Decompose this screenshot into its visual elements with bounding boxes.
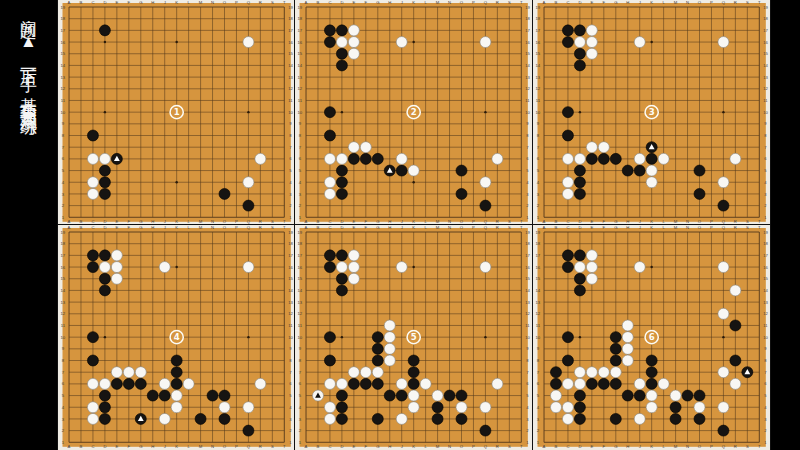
coordinate-label: E <box>590 444 593 449</box>
black-stone-H5 <box>147 390 158 401</box>
coordinate-label: 17 <box>60 28 65 33</box>
coordinate-label: P <box>710 225 713 230</box>
coordinate-label: R <box>259 444 262 449</box>
white-stone-L6 <box>183 379 194 390</box>
coordinate-label: 15 <box>763 51 768 56</box>
coordinate-label: 18 <box>763 242 768 247</box>
black-stone-C17 <box>325 250 336 261</box>
black-stone-J5 <box>397 165 408 176</box>
coordinate-label: 19 <box>526 5 531 10</box>
black-stone-D3 <box>99 188 110 199</box>
white-stone-D16 <box>337 37 348 48</box>
coordinate-label: 6 <box>527 382 530 387</box>
white-stone-J6 <box>397 379 408 390</box>
coordinate-label: 18 <box>535 16 540 21</box>
white-stone-J6 <box>397 153 408 164</box>
coordinate-label: M <box>673 0 677 5</box>
coordinate-label: 6 <box>289 382 292 387</box>
coordinate-label: 8 <box>764 133 767 138</box>
coordinate-label: H <box>626 0 629 5</box>
white-stone-D16 <box>574 262 585 273</box>
black-stone-O3 <box>456 414 467 425</box>
coordinate-label: M <box>199 0 203 5</box>
coordinate-label: R <box>259 225 262 230</box>
coordinate-label: H <box>389 0 392 5</box>
coordinate-label: 1 <box>527 215 530 220</box>
coordinate-label: 14 <box>763 288 768 293</box>
white-stone-C4 <box>325 177 336 188</box>
white-stone-Q16 <box>718 262 729 273</box>
coordinate-label: M <box>436 0 440 5</box>
white-stone-E17 <box>111 250 122 261</box>
black-stone-D14 <box>337 60 348 71</box>
coordinate-label: 7 <box>764 145 767 150</box>
svg-text:3: 3 <box>648 107 654 117</box>
black-stone-H5 <box>622 165 633 176</box>
white-stone-C6 <box>325 153 336 164</box>
coordinate-label: N <box>686 225 689 230</box>
coordinate-label: C <box>566 219 569 224</box>
coordinate-label: 8 <box>289 358 292 363</box>
white-stone-E17 <box>349 250 360 261</box>
coordinate-label: 15 <box>60 277 65 282</box>
coordinate-label: E <box>353 0 356 5</box>
white-stone-C4 <box>562 402 573 413</box>
white-stone-K4 <box>408 402 419 413</box>
black-stone-G10 <box>373 332 384 343</box>
black-stone-D3 <box>337 414 348 425</box>
coordinate-label: 1 <box>764 215 767 220</box>
coordinate-label: A <box>542 444 545 449</box>
coordinate-label: A <box>542 0 545 5</box>
board-number-marker: 5 <box>407 331 420 344</box>
coordinate-label: 4 <box>764 180 767 185</box>
coordinate-label: 19 <box>526 230 531 235</box>
coordinate-label: 4 <box>527 180 530 185</box>
white-stone-D16 <box>574 37 585 48</box>
coordinate-label: M <box>199 219 203 224</box>
coordinate-label: 12 <box>763 86 768 91</box>
white-stone-J3 <box>634 414 645 425</box>
coordinate-label: 9 <box>764 121 767 126</box>
black-stone-F6 <box>361 153 372 164</box>
go-board-5: AA1919BB1818CC1717DD1616EE1515FF1414GG13… <box>295 225 532 450</box>
coordinate-label: C <box>329 225 332 230</box>
coordinate-label: S <box>271 225 274 230</box>
coordinate-label: C <box>91 0 94 5</box>
black-stone-C8 <box>325 130 336 141</box>
coordinate-label: 10 <box>763 110 768 115</box>
black-stone-C10 <box>325 107 336 118</box>
coordinate-label: 19 <box>298 230 303 235</box>
coordinate-label: M <box>436 219 440 224</box>
coordinate-label: R <box>496 225 499 230</box>
black-stone-D17 <box>337 25 348 36</box>
coordinate-label: 17 <box>763 28 768 33</box>
white-stone-H11 <box>622 320 633 331</box>
coordinate-label: R <box>496 444 499 449</box>
coordinate-label: 10 <box>526 335 531 340</box>
coordinate-label: 15 <box>535 51 540 56</box>
coordinate-label: P <box>472 0 475 5</box>
black-stone-D3 <box>337 188 348 199</box>
coordinate-label: R <box>734 219 737 224</box>
coordinate-label: 15 <box>298 277 303 282</box>
coordinate-label: 18 <box>288 16 293 21</box>
white-stone-J6 <box>634 379 645 390</box>
coordinate-label: 14 <box>298 63 303 68</box>
board-number-marker: 1 <box>170 106 183 119</box>
coordinate-label: 17 <box>763 253 768 258</box>
black-stone-F6 <box>123 379 134 390</box>
coordinate-label: D <box>341 225 344 230</box>
coordinate-label: R <box>734 225 737 230</box>
coordinate-label: 3 <box>289 192 292 197</box>
coordinate-label: T <box>520 219 523 224</box>
go-board-3: AA1919BB1818CC1717DD1616EE1515FF1414GG13… <box>533 0 770 225</box>
coordinate-label: 14 <box>60 63 65 68</box>
coordinate-label: F <box>602 225 605 230</box>
coordinate-label: 9 <box>289 347 292 352</box>
black-stone-C8 <box>325 355 336 366</box>
coordinate-label: 13 <box>526 75 531 80</box>
coordinate-label: 18 <box>60 16 65 21</box>
coordinate-label: 8 <box>527 133 530 138</box>
coordinate-label: S <box>508 225 511 230</box>
white-stone-Q4 <box>480 177 491 188</box>
coordinate-label: H <box>389 219 392 224</box>
coordinate-label: 11 <box>535 98 540 103</box>
coordinate-label: G <box>376 219 379 224</box>
coordinate-label: N <box>448 0 451 5</box>
black-stone-O5 <box>219 390 230 401</box>
black-stone-B7 <box>550 367 561 378</box>
coordinate-label: 18 <box>526 16 531 21</box>
black-stone-K8 <box>171 355 182 366</box>
black-stone-E6 <box>586 379 597 390</box>
coordinate-label: 18 <box>288 242 293 247</box>
coordinate-label: J <box>164 219 166 224</box>
coordinate-label: M <box>436 444 440 449</box>
coordinate-label: 6 <box>764 382 767 387</box>
black-stone-O5 <box>456 165 467 176</box>
coordinate-label: F <box>128 225 131 230</box>
coordinate-label: 11 <box>298 98 303 103</box>
black-stone-Q2 <box>480 425 491 436</box>
coordinate-label: 19 <box>763 230 768 235</box>
coordinate-label: 10 <box>298 335 303 340</box>
black-stone-C17 <box>562 25 573 36</box>
white-stone-Q4 <box>243 402 254 413</box>
coordinate-label: S <box>746 225 749 230</box>
coordinate-label: P <box>472 444 475 449</box>
coordinate-label: 2 <box>527 203 530 208</box>
coordinate-label: 12 <box>60 312 65 317</box>
coordinate-label: 14 <box>535 63 540 68</box>
coordinate-label: G <box>376 444 379 449</box>
coordinate-label: M <box>673 225 677 230</box>
black-stone-K8 <box>646 355 657 366</box>
problem-title-line1: 问题：▲后下一手 <box>19 6 38 66</box>
white-stone-D7 <box>574 367 585 378</box>
coordinate-label: 11 <box>288 323 293 328</box>
coordinate-label: T <box>283 0 286 5</box>
go-board-diagram-6: AA1919BB1818CC1717DD1616EE1515FF1414GG13… <box>533 225 770 450</box>
white-stone-B4 <box>550 402 561 413</box>
black-stone-N5 <box>207 390 218 401</box>
coordinate-label: 17 <box>288 253 293 258</box>
white-stone-R6 <box>492 379 503 390</box>
coordinate-label: S <box>746 0 749 5</box>
coordinate-label: F <box>602 444 605 449</box>
white-stone-B5 <box>313 390 324 401</box>
coordinate-label: 5 <box>289 393 292 398</box>
black-stone-S7 <box>741 367 752 378</box>
coordinate-label: R <box>734 0 737 5</box>
coordinate-label: 14 <box>763 63 768 68</box>
black-stone-D5 <box>574 390 585 401</box>
white-stone-Q4 <box>480 402 491 413</box>
coordinate-label: P <box>472 219 475 224</box>
black-stone-C16 <box>562 37 573 48</box>
coordinate-label: 15 <box>763 277 768 282</box>
black-stone-G9 <box>373 344 384 355</box>
coordinate-label: 13 <box>535 75 540 80</box>
white-stone-C4 <box>562 177 573 188</box>
coordinate-label: B <box>317 444 320 449</box>
coordinate-label: 10 <box>288 335 293 340</box>
coordinate-label: 5 <box>764 393 767 398</box>
coordinate-label: B <box>554 444 557 449</box>
coordinate-label: 18 <box>298 16 303 21</box>
coordinate-label: B <box>554 219 557 224</box>
white-stone-F7 <box>598 142 609 153</box>
coordinate-label: F <box>365 219 368 224</box>
coordinate-label: J <box>164 225 166 230</box>
coordinate-label: E <box>115 225 118 230</box>
coordinate-label: 12 <box>535 312 540 317</box>
black-stone-K6 <box>646 153 657 164</box>
black-stone-D4 <box>99 177 110 188</box>
coordinate-label: 14 <box>288 63 293 68</box>
white-stone-L6 <box>420 379 431 390</box>
coordinate-label: 1 <box>764 440 767 445</box>
coordinate-label: J <box>401 225 403 230</box>
coordinate-label: G <box>376 0 379 5</box>
coordinate-label: 13 <box>526 300 531 305</box>
black-stone-O5 <box>694 165 705 176</box>
white-stone-Q4 <box>718 402 729 413</box>
black-stone-K7 <box>646 142 657 153</box>
black-stone-G6 <box>610 379 621 390</box>
black-stone-C10 <box>562 107 573 118</box>
black-stone-H5 <box>385 390 396 401</box>
black-stone-G3 <box>610 414 621 425</box>
go-board-2: AA1919BB1818CC1717DD1616EE1515FF1414GG13… <box>295 0 532 225</box>
white-stone-E7 <box>349 367 360 378</box>
black-stone-O3 <box>694 188 705 199</box>
coordinate-label: T <box>758 225 761 230</box>
black-stone-D5 <box>574 165 585 176</box>
coordinate-label: 8 <box>527 358 530 363</box>
coordinate-label: 2 <box>764 203 767 208</box>
coordinate-label: 18 <box>298 242 303 247</box>
white-stone-K4 <box>646 402 657 413</box>
coordinate-label: 17 <box>298 253 303 258</box>
black-stone-G6 <box>373 153 384 164</box>
coordinate-label: K <box>175 225 178 230</box>
black-stone-G6 <box>373 379 384 390</box>
black-stone-C8 <box>87 355 98 366</box>
coordinate-label: 9 <box>527 347 530 352</box>
coordinate-label: 12 <box>60 86 65 91</box>
white-stone-R6 <box>255 379 266 390</box>
coordinate-label: 11 <box>763 323 768 328</box>
coordinate-label: G <box>376 225 379 230</box>
coordinate-label: 3 <box>289 417 292 422</box>
white-stone-J16 <box>397 37 408 48</box>
black-stone-G6 <box>610 153 621 164</box>
black-stone-G6 <box>135 379 146 390</box>
coordinate-label: K <box>413 444 416 449</box>
black-stone-F6 <box>598 379 609 390</box>
white-stone-E16 <box>349 262 360 273</box>
coordinate-label: K <box>413 225 416 230</box>
coordinate-label: 16 <box>298 40 303 45</box>
white-stone-J6 <box>634 153 645 164</box>
white-stone-E15 <box>349 274 360 285</box>
coordinate-label: A <box>68 225 71 230</box>
black-stone-G8 <box>610 355 621 366</box>
coordinate-label: H <box>151 219 154 224</box>
white-stone-E17 <box>586 250 597 261</box>
white-stone-D6 <box>337 379 348 390</box>
coordinate-label: E <box>590 225 593 230</box>
black-stone-Q2 <box>243 200 254 211</box>
white-stone-Q16 <box>480 262 491 273</box>
black-stone-C10 <box>562 332 573 343</box>
white-stone-E7 <box>349 142 360 153</box>
coordinate-label: 17 <box>288 28 293 33</box>
coordinate-label: 7 <box>764 370 767 375</box>
coordinate-label: 10 <box>60 335 65 340</box>
white-stone-M5 <box>670 390 681 401</box>
coordinate-label: 11 <box>61 98 66 103</box>
coordinate-label: 5 <box>527 393 530 398</box>
white-stone-O4 <box>219 402 230 413</box>
black-stone-H5 <box>385 165 396 176</box>
coordinate-label: T <box>520 225 523 230</box>
coordinate-label: 4 <box>289 405 292 410</box>
white-stone-H10 <box>385 332 396 343</box>
white-stone-J6 <box>159 379 170 390</box>
white-stone-E15 <box>111 274 122 285</box>
coordinate-label: 19 <box>535 230 540 235</box>
coordinate-label: 4 <box>527 405 530 410</box>
coordinate-label: D <box>103 444 106 449</box>
black-stone-N5 <box>444 390 455 401</box>
coordinate-label: C <box>566 444 569 449</box>
go-board-diagram-1: AA1919BB1818CC1717DD1616EE1515FF1414GG13… <box>58 0 295 225</box>
coordinate-label: B <box>554 225 557 230</box>
white-stone-D6 <box>99 379 110 390</box>
white-stone-Q4 <box>243 177 254 188</box>
white-stone-E17 <box>349 25 360 36</box>
coordinate-label: 5 <box>527 168 530 173</box>
coordinate-label: 11 <box>535 323 540 328</box>
black-stone-D17 <box>99 250 110 261</box>
coordinate-label: F <box>128 0 131 5</box>
coordinate-label: 19 <box>288 230 293 235</box>
coordinate-label: 12 <box>535 86 540 91</box>
coordinate-label: 16 <box>298 265 303 270</box>
go-board-diagram-2: AA1919BB1818CC1717DD1616EE1515FF1414GG13… <box>295 0 532 225</box>
coordinate-label: 7 <box>527 370 530 375</box>
coordinate-label: 14 <box>288 288 293 293</box>
coordinate-label: 7 <box>527 145 530 150</box>
coordinate-label: A <box>68 444 71 449</box>
coordinate-label: E <box>115 219 118 224</box>
coordinate-label: A <box>305 219 308 224</box>
black-stone-C8 <box>87 130 98 141</box>
black-stone-K6 <box>171 379 182 390</box>
coordinate-label: P <box>710 219 713 224</box>
coordinate-label: 16 <box>763 265 768 270</box>
coordinate-label: H <box>151 0 154 5</box>
white-stone-Q16 <box>480 37 491 48</box>
black-stone-D14 <box>574 285 585 296</box>
coordinate-label: N <box>211 0 214 5</box>
white-stone-C6 <box>325 379 336 390</box>
white-stone-J3 <box>397 414 408 425</box>
white-stone-J3 <box>159 414 170 425</box>
coordinate-label: 7 <box>289 370 292 375</box>
coordinate-label: A <box>68 0 71 5</box>
white-stone-K5 <box>408 390 419 401</box>
white-stone-E17 <box>586 25 597 36</box>
coordinate-label: 1 <box>527 440 530 445</box>
black-stone-D4 <box>337 177 348 188</box>
black-stone-F6 <box>361 379 372 390</box>
coordinate-label: 17 <box>526 28 531 33</box>
coordinate-label: S <box>271 219 274 224</box>
coordinate-label: 4 <box>764 405 767 410</box>
go-board-4: AA1919BB1818CC1717DD1616EE1515FF1414GG13… <box>58 225 295 450</box>
go-board-6: AA1919BB1818CC1717DD1616EE1515FF1414GG13… <box>533 225 770 450</box>
black-stone-D17 <box>337 250 348 261</box>
white-stone-C3 <box>562 188 573 199</box>
black-stone-G9 <box>610 344 621 355</box>
coordinate-label: P <box>710 0 713 5</box>
coordinate-label: 13 <box>763 75 768 80</box>
black-stone-D4 <box>99 402 110 413</box>
coordinate-label: K <box>413 0 416 5</box>
white-stone-K5 <box>171 390 182 401</box>
coordinate-label: T <box>758 219 761 224</box>
coordinate-label: C <box>329 444 332 449</box>
black-stone-G3 <box>135 414 146 425</box>
svg-text:6: 6 <box>648 333 654 343</box>
coordinate-label: 12 <box>288 312 293 317</box>
black-stone-D15 <box>574 274 585 285</box>
black-stone-D4 <box>574 402 585 413</box>
coordinate-label: 19 <box>60 5 65 10</box>
coordinate-label: E <box>115 0 118 5</box>
black-stone-G3 <box>373 414 384 425</box>
white-stone-F7 <box>361 142 372 153</box>
coordinate-label: S <box>271 444 274 449</box>
white-stone-J16 <box>634 37 645 48</box>
